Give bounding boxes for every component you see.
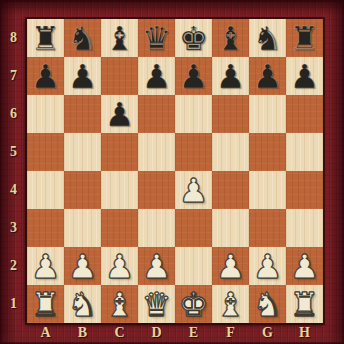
square-e7[interactable]: ♟: [175, 57, 212, 95]
square-d7[interactable]: ♟: [138, 57, 175, 95]
file-label-E: E: [175, 323, 212, 344]
square-b2[interactable]: ♟: [64, 247, 101, 285]
square-a7[interactable]: ♟: [27, 57, 64, 95]
square-g3[interactable]: [249, 209, 286, 247]
rank-label-4: 4: [0, 171, 27, 209]
file-label-A: A: [27, 323, 64, 344]
square-f8[interactable]: ♝: [212, 19, 249, 57]
square-f1[interactable]: ♝: [212, 285, 249, 323]
square-b1[interactable]: ♞: [64, 285, 101, 323]
square-g8[interactable]: ♞: [249, 19, 286, 57]
square-h3[interactable]: [286, 209, 323, 247]
white-pawn-e4[interactable]: ♟: [179, 174, 209, 207]
square-d2[interactable]: ♟: [138, 247, 175, 285]
square-c5[interactable]: [101, 133, 138, 171]
file-labels: ABCDEFGH: [27, 323, 323, 344]
white-knight-b1[interactable]: ♞: [68, 288, 98, 321]
square-g6[interactable]: [249, 95, 286, 133]
rank-labels: 87654321: [0, 19, 27, 323]
chessboard-frame: 87654321 ♜♞♝♛♚♝♞♜♟♟♟♟♟♟♟♟♟♟♟♟♟♟♟♟♜♞♝♛♚♝♞…: [0, 0, 344, 344]
black-rook-h8[interactable]: ♜: [290, 22, 320, 55]
file-label-B: B: [64, 323, 101, 344]
square-b6[interactable]: [64, 95, 101, 133]
square-b4[interactable]: [64, 171, 101, 209]
square-b8[interactable]: ♞: [64, 19, 101, 57]
square-e5[interactable]: [175, 133, 212, 171]
square-h7[interactable]: ♟: [286, 57, 323, 95]
square-c8[interactable]: ♝: [101, 19, 138, 57]
black-pawn-d7[interactable]: ♟: [142, 60, 172, 93]
black-pawn-b7[interactable]: ♟: [68, 60, 98, 93]
square-b7[interactable]: ♟: [64, 57, 101, 95]
square-h1[interactable]: ♜: [286, 285, 323, 323]
white-knight-g1[interactable]: ♞: [253, 288, 283, 321]
rank-label-7: 7: [0, 57, 27, 95]
rank-label-2: 2: [0, 247, 27, 285]
square-e8[interactable]: ♚: [175, 19, 212, 57]
file-label-F: F: [212, 323, 249, 344]
square-e4[interactable]: ♟: [175, 171, 212, 209]
rank-label-1: 1: [0, 285, 27, 323]
white-king-e1[interactable]: ♚: [179, 288, 209, 321]
black-king-e8[interactable]: ♚: [179, 22, 209, 55]
black-rook-a8[interactable]: ♜: [31, 22, 61, 55]
square-h2[interactable]: ♟: [286, 247, 323, 285]
white-rook-h1[interactable]: ♜: [290, 288, 320, 321]
square-f6[interactable]: [212, 95, 249, 133]
black-queen-d8[interactable]: ♛: [142, 22, 172, 55]
square-d4[interactable]: [138, 171, 175, 209]
white-queen-d1[interactable]: ♛: [142, 288, 172, 321]
white-bishop-f1[interactable]: ♝: [216, 288, 246, 321]
square-d3[interactable]: [138, 209, 175, 247]
rank-label-5: 5: [0, 133, 27, 171]
square-e1[interactable]: ♚: [175, 285, 212, 323]
square-e6[interactable]: [175, 95, 212, 133]
square-h4[interactable]: [286, 171, 323, 209]
file-label-G: G: [249, 323, 286, 344]
square-h5[interactable]: [286, 133, 323, 171]
square-g2[interactable]: ♟: [249, 247, 286, 285]
white-pawn-g2[interactable]: ♟: [253, 250, 283, 283]
square-d6[interactable]: [138, 95, 175, 133]
square-c2[interactable]: ♟: [101, 247, 138, 285]
square-a2[interactable]: ♟: [27, 247, 64, 285]
square-g7[interactable]: ♟: [249, 57, 286, 95]
square-b3[interactable]: [64, 209, 101, 247]
square-a5[interactable]: [27, 133, 64, 171]
square-g4[interactable]: [249, 171, 286, 209]
white-pawn-d2[interactable]: ♟: [142, 250, 172, 283]
square-c1[interactable]: ♝: [101, 285, 138, 323]
file-label-H: H: [286, 323, 323, 344]
square-f5[interactable]: [212, 133, 249, 171]
white-pawn-f2[interactable]: ♟: [216, 250, 246, 283]
square-f7[interactable]: ♟: [212, 57, 249, 95]
white-bishop-c1[interactable]: ♝: [105, 288, 135, 321]
square-c6[interactable]: ♟: [101, 95, 138, 133]
square-d5[interactable]: [138, 133, 175, 171]
file-label-C: C: [101, 323, 138, 344]
square-e3[interactable]: [175, 209, 212, 247]
board: ♜♞♝♛♚♝♞♜♟♟♟♟♟♟♟♟♟♟♟♟♟♟♟♟♜♞♝♛♚♝♞♜: [27, 19, 323, 323]
square-h8[interactable]: ♜: [286, 19, 323, 57]
black-pawn-h7[interactable]: ♟: [290, 60, 320, 93]
black-pawn-e7[interactable]: ♟: [179, 60, 209, 93]
rank-label-3: 3: [0, 209, 27, 247]
white-pawn-a2[interactable]: ♟: [31, 250, 61, 283]
square-c4[interactable]: [101, 171, 138, 209]
black-pawn-g7[interactable]: ♟: [253, 60, 283, 93]
square-d1[interactable]: ♛: [138, 285, 175, 323]
square-a1[interactable]: ♜: [27, 285, 64, 323]
square-g1[interactable]: ♞: [249, 285, 286, 323]
square-f3[interactable]: [212, 209, 249, 247]
white-rook-a1[interactable]: ♜: [31, 288, 61, 321]
square-a8[interactable]: ♜: [27, 19, 64, 57]
square-a6[interactable]: [27, 95, 64, 133]
square-c7[interactable]: [101, 57, 138, 95]
square-f4[interactable]: [212, 171, 249, 209]
square-e2[interactable]: [175, 247, 212, 285]
rank-label-8: 8: [0, 19, 27, 57]
square-d8[interactable]: ♛: [138, 19, 175, 57]
square-h6[interactable]: [286, 95, 323, 133]
square-c3[interactable]: [101, 209, 138, 247]
file-label-D: D: [138, 323, 175, 344]
square-g5[interactable]: [249, 133, 286, 171]
white-pawn-b2[interactable]: ♟: [68, 250, 98, 283]
black-pawn-a7[interactable]: ♟: [31, 60, 61, 93]
square-b5[interactable]: [64, 133, 101, 171]
black-knight-b8[interactable]: ♞: [68, 22, 98, 55]
square-f2[interactable]: ♟: [212, 247, 249, 285]
square-a4[interactable]: [27, 171, 64, 209]
black-bishop-f8[interactable]: ♝: [216, 22, 246, 55]
black-pawn-f7[interactable]: ♟: [216, 60, 246, 93]
white-pawn-c2[interactable]: ♟: [105, 250, 135, 283]
black-bishop-c8[interactable]: ♝: [105, 22, 135, 55]
rank-label-6: 6: [0, 95, 27, 133]
black-pawn-c6[interactable]: ♟: [105, 98, 135, 131]
square-a3[interactable]: [27, 209, 64, 247]
black-knight-g8[interactable]: ♞: [253, 22, 283, 55]
white-pawn-h2[interactable]: ♟: [290, 250, 320, 283]
